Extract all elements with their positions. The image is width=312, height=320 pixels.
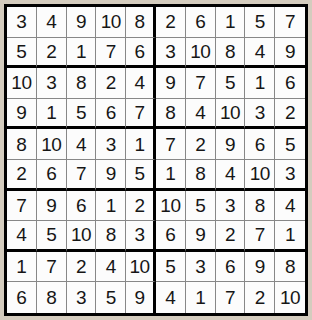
cell-r7c10: 4	[275, 191, 305, 222]
sudoku-board: 3491082615752176310849103824975169156784…	[4, 4, 308, 316]
cell-r3c6: 9	[156, 68, 186, 99]
cell-r8c7: 9	[186, 221, 216, 252]
cell-r6c8: 4	[216, 160, 246, 191]
cell-r9c8: 6	[216, 252, 246, 283]
cell-r3c7: 7	[186, 68, 216, 99]
page-background: 3491082615752176310849103824975169156784…	[0, 0, 312, 320]
cell-r8c2: 5	[37, 221, 67, 252]
cell-r8c9: 7	[245, 221, 275, 252]
cell-r5c2: 10	[37, 129, 67, 160]
cell-r5c3: 4	[67, 129, 97, 160]
cell-r6c6: 1	[156, 160, 186, 191]
cell-r8c4: 8	[96, 221, 126, 252]
cell-r3c3: 8	[67, 68, 97, 99]
cell-r5c7: 2	[186, 129, 216, 160]
cell-r5c4: 3	[96, 129, 126, 160]
cell-r7c4: 1	[96, 191, 126, 222]
cell-r2c4: 7	[96, 38, 126, 69]
cell-r9c5: 10	[126, 252, 156, 283]
cell-r9c9: 9	[245, 252, 275, 283]
cell-r1c6: 2	[156, 7, 186, 38]
cell-r3c4: 2	[96, 68, 126, 99]
cell-r1c9: 5	[245, 7, 275, 38]
cell-r2c10: 9	[275, 38, 305, 69]
cell-r5c6: 7	[156, 129, 186, 160]
cell-r4c5: 7	[126, 99, 156, 130]
cell-r7c1: 7	[7, 191, 37, 222]
cell-r2c3: 1	[67, 38, 97, 69]
cell-r4c2: 1	[37, 99, 67, 130]
cell-r9c2: 7	[37, 252, 67, 283]
cell-r3c9: 1	[245, 68, 275, 99]
cell-r10c6: 4	[156, 282, 186, 313]
cell-r6c7: 8	[186, 160, 216, 191]
cell-r2c6: 3	[156, 38, 186, 69]
cell-r5c1: 8	[7, 129, 37, 160]
cell-r3c1: 10	[7, 68, 37, 99]
cell-r6c5: 5	[126, 160, 156, 191]
cell-r4c3: 5	[67, 99, 97, 130]
cell-r2c1: 5	[7, 38, 37, 69]
cell-r7c2: 9	[37, 191, 67, 222]
cell-r2c8: 8	[216, 38, 246, 69]
cell-r8c8: 2	[216, 221, 246, 252]
cell-r9c6: 5	[156, 252, 186, 283]
cell-r1c1: 3	[7, 7, 37, 38]
cell-r10c10: 10	[275, 282, 305, 313]
cell-r9c1: 1	[7, 252, 37, 283]
cell-r8c10: 1	[275, 221, 305, 252]
cell-r3c8: 5	[216, 68, 246, 99]
cell-r1c4: 10	[96, 7, 126, 38]
cell-r1c2: 4	[37, 7, 67, 38]
cell-r6c4: 9	[96, 160, 126, 191]
cell-r3c2: 3	[37, 68, 67, 99]
cell-r2c2: 2	[37, 38, 67, 69]
cell-r1c10: 7	[275, 7, 305, 38]
cell-r7c6: 10	[156, 191, 186, 222]
cell-r2c7: 10	[186, 38, 216, 69]
cell-r8c6: 6	[156, 221, 186, 252]
cell-r7c9: 8	[245, 191, 275, 222]
cell-r1c8: 1	[216, 7, 246, 38]
cell-r5c5: 1	[126, 129, 156, 160]
cell-r10c5: 9	[126, 282, 156, 313]
cell-r1c5: 8	[126, 7, 156, 38]
cell-r10c3: 3	[67, 282, 97, 313]
cell-r1c7: 6	[186, 7, 216, 38]
cell-r7c5: 2	[126, 191, 156, 222]
cell-r4c8: 10	[216, 99, 246, 130]
cell-r8c5: 3	[126, 221, 156, 252]
cell-r8c1: 4	[7, 221, 37, 252]
cell-r7c8: 3	[216, 191, 246, 222]
cell-r9c10: 8	[275, 252, 305, 283]
cell-r10c4: 5	[96, 282, 126, 313]
cell-r9c3: 2	[67, 252, 97, 283]
cell-r4c10: 2	[275, 99, 305, 130]
cell-r10c2: 8	[37, 282, 67, 313]
cell-r5c8: 9	[216, 129, 246, 160]
cell-r4c6: 8	[156, 99, 186, 130]
cell-r4c4: 6	[96, 99, 126, 130]
cell-r7c7: 5	[186, 191, 216, 222]
cell-r6c10: 3	[275, 160, 305, 191]
cell-r10c7: 1	[186, 282, 216, 313]
cell-r4c1: 9	[7, 99, 37, 130]
cell-r4c9: 3	[245, 99, 275, 130]
cell-r1c3: 9	[67, 7, 97, 38]
cell-r8c3: 10	[67, 221, 97, 252]
cell-r7c3: 6	[67, 191, 97, 222]
cell-r2c9: 4	[245, 38, 275, 69]
cell-r2c5: 6	[126, 38, 156, 69]
cell-r4c7: 4	[186, 99, 216, 130]
cell-r6c9: 10	[245, 160, 275, 191]
cell-r9c4: 4	[96, 252, 126, 283]
cell-r5c10: 5	[275, 129, 305, 160]
cell-r6c2: 6	[37, 160, 67, 191]
cell-r6c1: 2	[7, 160, 37, 191]
cell-r3c10: 6	[275, 68, 305, 99]
cell-r10c9: 2	[245, 282, 275, 313]
cell-r3c5: 4	[126, 68, 156, 99]
cell-r10c8: 7	[216, 282, 246, 313]
cell-r10c1: 6	[7, 282, 37, 313]
cell-r9c7: 3	[186, 252, 216, 283]
cell-r5c9: 6	[245, 129, 275, 160]
cell-r6c3: 7	[67, 160, 97, 191]
